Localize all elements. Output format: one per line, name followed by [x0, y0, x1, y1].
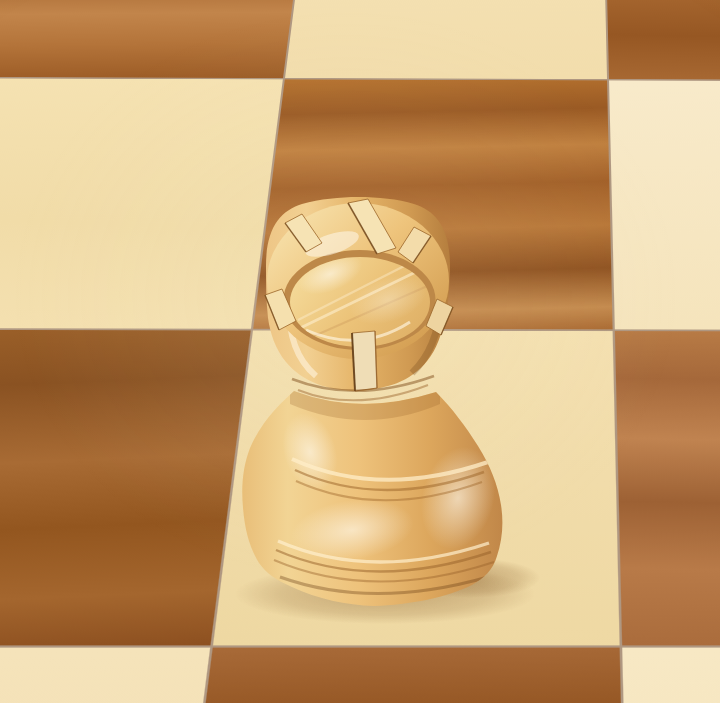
rook-turret — [265, 197, 453, 400]
rook-base — [242, 388, 505, 606]
white-rook-piece — [0, 0, 720, 720]
front-slot — [352, 331, 377, 391]
photo-canvas — [0, 0, 720, 720]
photo-bottom-margin — [0, 703, 720, 720]
